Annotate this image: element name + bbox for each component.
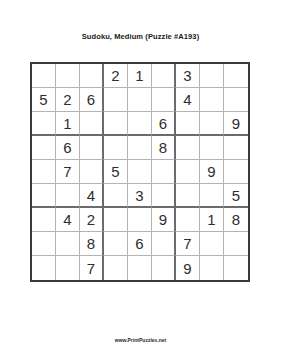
cell-r5c6[interactable]: [152, 160, 176, 184]
cell-r9c2[interactable]: [56, 256, 80, 280]
cell-r9c7: 9: [176, 256, 200, 280]
cell-r1c9[interactable]: [224, 64, 248, 88]
cell-r1c8[interactable]: [200, 64, 224, 88]
page: Sudoku, Medium (Puzzle #A193) 2135264169…: [0, 0, 281, 363]
cell-r2c5[interactable]: [128, 88, 152, 112]
cell-r8c2[interactable]: [56, 232, 80, 256]
cell-r3c5[interactable]: [128, 112, 152, 136]
cell-r3c3[interactable]: [80, 112, 104, 136]
cell-r3c4[interactable]: [104, 112, 128, 136]
cell-r4c5[interactable]: [128, 136, 152, 160]
cell-r8c8[interactable]: [200, 232, 224, 256]
cell-r9c4[interactable]: [104, 256, 128, 280]
cell-r6c7[interactable]: [176, 184, 200, 208]
cell-r1c2[interactable]: [56, 64, 80, 88]
cell-r2c4[interactable]: [104, 88, 128, 112]
cell-r5c3[interactable]: [80, 160, 104, 184]
cell-r9c3: 7: [80, 256, 104, 280]
cell-r2c6[interactable]: [152, 88, 176, 112]
cell-r1c1[interactable]: [32, 64, 56, 88]
cell-r4c6: 8: [152, 136, 176, 160]
cell-r7c7[interactable]: [176, 208, 200, 232]
cell-r8c4[interactable]: [104, 232, 128, 256]
cell-r9c6[interactable]: [152, 256, 176, 280]
cell-r8c1[interactable]: [32, 232, 56, 256]
cell-r1c3[interactable]: [80, 64, 104, 88]
cell-r8c9[interactable]: [224, 232, 248, 256]
cell-r4c9[interactable]: [224, 136, 248, 160]
cell-r4c1[interactable]: [32, 136, 56, 160]
cell-r5c1[interactable]: [32, 160, 56, 184]
cell-r6c3: 4: [80, 184, 104, 208]
cell-r2c8[interactable]: [200, 88, 224, 112]
cell-r1c5: 1: [128, 64, 152, 88]
cell-r1c7: 3: [176, 64, 200, 88]
cell-r2c1: 5: [32, 88, 56, 112]
cell-r7c3: 2: [80, 208, 104, 232]
cell-r6c4[interactable]: [104, 184, 128, 208]
cell-r8c5: 6: [128, 232, 152, 256]
cell-r8c7: 7: [176, 232, 200, 256]
cell-r4c7[interactable]: [176, 136, 200, 160]
cell-r4c4[interactable]: [104, 136, 128, 160]
cell-r2c3: 6: [80, 88, 104, 112]
cell-r3c7[interactable]: [176, 112, 200, 136]
cell-r3c8[interactable]: [200, 112, 224, 136]
cell-r7c8: 1: [200, 208, 224, 232]
cell-r6c9: 5: [224, 184, 248, 208]
cell-r7c1[interactable]: [32, 208, 56, 232]
cell-r3c6: 6: [152, 112, 176, 136]
sudoku-grid: 2135264169687594354291886779: [30, 62, 250, 282]
cell-r6c2[interactable]: [56, 184, 80, 208]
cell-r3c9: 9: [224, 112, 248, 136]
cell-r4c8[interactable]: [200, 136, 224, 160]
cell-r1c4: 2: [104, 64, 128, 88]
cell-r1c6[interactable]: [152, 64, 176, 88]
cell-r7c6: 9: [152, 208, 176, 232]
cell-r7c4[interactable]: [104, 208, 128, 232]
cell-r9c8[interactable]: [200, 256, 224, 280]
cell-r5c2: 7: [56, 160, 80, 184]
cell-r5c9[interactable]: [224, 160, 248, 184]
cell-r8c3: 8: [80, 232, 104, 256]
cell-r5c4: 5: [104, 160, 128, 184]
cell-r9c9[interactable]: [224, 256, 248, 280]
cell-r4c3[interactable]: [80, 136, 104, 160]
footer-url: www.PrintPuzzles.net: [0, 337, 281, 343]
cell-r2c2: 2: [56, 88, 80, 112]
cell-r5c5[interactable]: [128, 160, 152, 184]
cell-r3c2: 1: [56, 112, 80, 136]
cell-r3c1[interactable]: [32, 112, 56, 136]
cell-r7c2: 4: [56, 208, 80, 232]
cell-r5c7[interactable]: [176, 160, 200, 184]
cell-r6c6[interactable]: [152, 184, 176, 208]
cell-r4c2: 6: [56, 136, 80, 160]
cell-r6c5: 3: [128, 184, 152, 208]
cell-r9c1[interactable]: [32, 256, 56, 280]
puzzle-title: Sudoku, Medium (Puzzle #A193): [0, 32, 281, 41]
cell-r7c5[interactable]: [128, 208, 152, 232]
cell-r6c8[interactable]: [200, 184, 224, 208]
cell-r7c9: 8: [224, 208, 248, 232]
cell-r2c9[interactable]: [224, 88, 248, 112]
cell-r6c1[interactable]: [32, 184, 56, 208]
cell-r5c8: 9: [200, 160, 224, 184]
cell-r8c6[interactable]: [152, 232, 176, 256]
cell-r2c7: 4: [176, 88, 200, 112]
cell-r9c5[interactable]: [128, 256, 152, 280]
